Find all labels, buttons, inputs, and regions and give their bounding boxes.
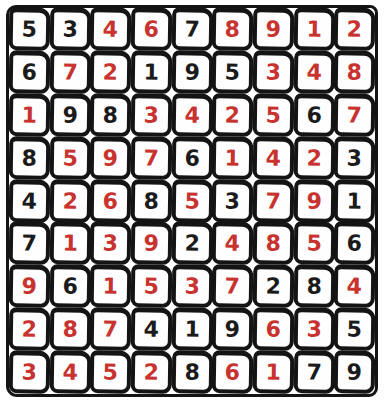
cell-r5c5[interactable]: 5 — [171, 179, 212, 223]
cell-r4c9[interactable]: 3 — [334, 136, 375, 180]
cell-r4c5[interactable]: 6 — [171, 136, 212, 180]
cell-r5c7[interactable]: 7 — [253, 179, 294, 223]
cell-r8c1[interactable]: 2 — [9, 307, 50, 351]
cell-r5c1[interactable]: 4 — [9, 179, 50, 223]
cell-r2c4[interactable]: 1 — [131, 50, 172, 94]
cell-r6c4[interactable]: 9 — [131, 222, 172, 266]
cell-r1c5[interactable]: 7 — [171, 7, 212, 51]
cell-r5c4[interactable]: 8 — [131, 179, 172, 223]
cell-r4c4[interactable]: 7 — [131, 136, 172, 180]
cell-r5c3[interactable]: 6 — [90, 179, 131, 223]
cell-r6c8[interactable]: 5 — [293, 222, 334, 266]
cell-r8c9[interactable]: 5 — [334, 307, 375, 351]
cell-r3c3[interactable]: 8 — [90, 93, 131, 137]
cell-r2c5[interactable]: 9 — [171, 50, 212, 94]
cell-r2c1[interactable]: 6 — [9, 50, 50, 94]
sudoku-board: 5346789126721953481983425678597614234268… — [6, 5, 378, 397]
cell-r6c6[interactable]: 4 — [212, 222, 253, 266]
cell-r6c1[interactable]: 7 — [9, 222, 50, 266]
cell-r9c2[interactable]: 4 — [49, 350, 90, 394]
cell-r3c5[interactable]: 4 — [171, 93, 212, 137]
cell-r3c6[interactable]: 2 — [212, 93, 253, 137]
cell-r4c3[interactable]: 9 — [90, 136, 131, 180]
cell-r1c3[interactable]: 4 — [90, 7, 131, 51]
cell-r4c7[interactable]: 4 — [253, 136, 294, 180]
cell-r6c2[interactable]: 1 — [49, 222, 90, 266]
page: { "game": "sudoku", "grid_size": 9, "sta… — [0, 0, 384, 405]
cell-r8c6[interactable]: 9 — [212, 307, 253, 351]
cell-r1c2[interactable]: 3 — [49, 7, 90, 51]
cell-r6c9[interactable]: 6 — [334, 222, 375, 266]
cell-r9c3[interactable]: 5 — [90, 350, 131, 394]
cell-r4c1[interactable]: 8 — [9, 136, 50, 180]
cell-r1c4[interactable]: 6 — [131, 7, 172, 51]
cell-r9c5[interactable]: 8 — [171, 350, 212, 394]
cell-r6c7[interactable]: 8 — [253, 222, 294, 266]
cell-r1c6[interactable]: 8 — [212, 7, 253, 51]
cell-r8c5[interactable]: 1 — [171, 307, 212, 351]
cell-r1c8[interactable]: 1 — [293, 7, 334, 51]
cell-r6c3[interactable]: 3 — [90, 222, 131, 266]
cell-r8c8[interactable]: 3 — [293, 307, 334, 351]
cell-r7c1[interactable]: 9 — [9, 265, 50, 309]
cell-r9c6[interactable]: 6 — [212, 350, 253, 394]
cell-r2c7[interactable]: 3 — [253, 50, 294, 94]
cell-r3c7[interactable]: 5 — [253, 93, 294, 137]
cell-r8c7[interactable]: 6 — [253, 307, 294, 351]
cell-r5c8[interactable]: 9 — [293, 179, 334, 223]
cell-r9c7[interactable]: 1 — [253, 350, 294, 394]
cell-r4c2[interactable]: 5 — [49, 136, 90, 180]
cell-r3c8[interactable]: 6 — [293, 93, 334, 137]
cell-r8c3[interactable]: 7 — [90, 307, 131, 351]
cell-r2c8[interactable]: 4 — [293, 50, 334, 94]
cell-r7c9[interactable]: 4 — [334, 265, 375, 309]
cell-r5c6[interactable]: 3 — [212, 179, 253, 223]
cell-r5c2[interactable]: 2 — [49, 179, 90, 223]
cell-r5c9[interactable]: 1 — [334, 179, 375, 223]
cell-r4c6[interactable]: 1 — [212, 136, 253, 180]
cell-r9c9[interactable]: 9 — [334, 350, 375, 394]
cell-r7c8[interactable]: 8 — [293, 265, 334, 309]
cell-r2c9[interactable]: 8 — [334, 50, 375, 94]
cell-r7c7[interactable]: 2 — [253, 265, 294, 309]
cell-r1c7[interactable]: 9 — [253, 7, 294, 51]
cell-r2c2[interactable]: 7 — [49, 50, 90, 94]
cell-r7c5[interactable]: 3 — [171, 265, 212, 309]
cell-r4c8[interactable]: 2 — [293, 136, 334, 180]
cell-r2c3[interactable]: 2 — [90, 50, 131, 94]
cell-r3c1[interactable]: 1 — [9, 93, 50, 137]
cell-r1c9[interactable]: 2 — [334, 7, 375, 51]
cell-r6c5[interactable]: 2 — [171, 222, 212, 266]
cell-r9c1[interactable]: 3 — [9, 350, 50, 394]
cell-r9c8[interactable]: 7 — [293, 350, 334, 394]
cell-r3c4[interactable]: 3 — [131, 93, 172, 137]
cell-r1c1[interactable]: 5 — [9, 7, 50, 51]
cell-r7c6[interactable]: 7 — [212, 265, 253, 309]
cell-r7c4[interactable]: 5 — [131, 265, 172, 309]
cell-r8c2[interactable]: 8 — [49, 307, 90, 351]
cell-r3c9[interactable]: 7 — [334, 93, 375, 137]
cell-r7c3[interactable]: 1 — [90, 265, 131, 309]
cell-r2c6[interactable]: 5 — [212, 50, 253, 94]
cell-r9c4[interactable]: 2 — [131, 350, 172, 394]
cell-r7c2[interactable]: 6 — [49, 265, 90, 309]
cell-r3c2[interactable]: 9 — [49, 93, 90, 137]
cell-r8c4[interactable]: 4 — [131, 307, 172, 351]
